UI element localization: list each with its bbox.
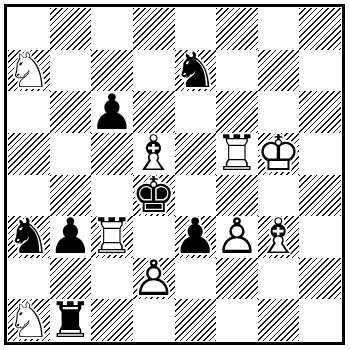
black-king-glyph: ♚ <box>133 175 175 217</box>
square-g1[interactable] <box>258 299 300 341</box>
white-rook[interactable]: ♜♖ <box>216 133 258 175</box>
piece-halo: ♚ <box>258 133 300 175</box>
piece-halo: ♜ <box>216 133 258 175</box>
black-pawn[interactable]: ♟♟ <box>50 216 92 258</box>
piece-halo: ♝ <box>133 133 175 175</box>
white-knight[interactable]: ♞♘ <box>8 50 50 92</box>
white-bishop-glyph: ♗ <box>258 216 300 258</box>
piece-halo: ♜ <box>50 299 92 341</box>
square-g2[interactable] <box>258 258 300 300</box>
square-g4[interactable] <box>258 175 300 217</box>
square-g3[interactable]: ♝♗ <box>258 216 300 258</box>
square-a1[interactable]: ♞♘ <box>8 299 50 341</box>
square-b4[interactable] <box>50 175 92 217</box>
square-g6[interactable] <box>258 91 300 133</box>
square-f4[interactable] <box>216 175 258 217</box>
square-c3[interactable]: ♜♖ <box>91 216 133 258</box>
square-a4[interactable] <box>8 175 50 217</box>
white-pawn-glyph: ♙ <box>133 258 175 300</box>
white-bishop[interactable]: ♝♗ <box>258 216 300 258</box>
square-h5[interactable] <box>299 133 341 175</box>
white-knight-glyph: ♘ <box>8 299 50 341</box>
black-pawn-glyph: ♟ <box>175 216 217 258</box>
white-king[interactable]: ♚♔ <box>258 133 300 175</box>
square-e5[interactable] <box>175 133 217 175</box>
square-h7[interactable] <box>299 50 341 92</box>
white-bishop-glyph: ♗ <box>133 133 175 175</box>
square-d2[interactable]: ♟♙ <box>133 258 175 300</box>
piece-halo: ♞ <box>8 299 50 341</box>
black-pawn[interactable]: ♟♟ <box>175 216 217 258</box>
square-f1[interactable] <box>216 299 258 341</box>
square-f7[interactable] <box>216 50 258 92</box>
square-f6[interactable] <box>216 91 258 133</box>
square-a5[interactable] <box>8 133 50 175</box>
piece-halo: ♝ <box>258 216 300 258</box>
black-knight-glyph: ♞ <box>175 50 217 92</box>
black-rook-glyph: ♜ <box>50 299 92 341</box>
white-pawn-glyph: ♙ <box>216 216 258 258</box>
square-d3[interactable] <box>133 216 175 258</box>
square-h2[interactable] <box>299 258 341 300</box>
piece-halo: ♟ <box>175 216 217 258</box>
square-c6[interactable]: ♟♟ <box>91 91 133 133</box>
square-e4[interactable] <box>175 175 217 217</box>
black-pawn-glyph: ♟ <box>91 91 133 133</box>
piece-halo: ♚ <box>133 175 175 217</box>
square-b1[interactable]: ♜♜ <box>50 299 92 341</box>
square-d5[interactable]: ♝♗ <box>133 133 175 175</box>
white-rook-glyph: ♖ <box>216 133 258 175</box>
square-a7[interactable]: ♞♘ <box>8 50 50 92</box>
piece-halo: ♟ <box>50 216 92 258</box>
square-a3[interactable]: ♞♞ <box>8 216 50 258</box>
square-g5[interactable]: ♚♔ <box>258 133 300 175</box>
chess-board: ♞♘♞♞♟♟♝♗♜♖♚♔♚♚♞♞♟♟♜♖♟♟♟♙♝♗♟♙♞♘♜♜ <box>8 8 341 341</box>
square-c8[interactable] <box>91 8 133 50</box>
piece-halo: ♜ <box>91 216 133 258</box>
square-h1[interactable] <box>299 299 341 341</box>
white-bishop[interactable]: ♝♗ <box>133 133 175 175</box>
square-b8[interactable] <box>50 8 92 50</box>
square-e8[interactable] <box>175 8 217 50</box>
piece-halo: ♟ <box>91 91 133 133</box>
square-g7[interactable] <box>258 50 300 92</box>
square-h3[interactable] <box>299 216 341 258</box>
square-f5[interactable]: ♜♖ <box>216 133 258 175</box>
black-knight[interactable]: ♞♞ <box>8 216 50 258</box>
black-knight-glyph: ♞ <box>8 216 50 258</box>
square-a6[interactable] <box>8 91 50 133</box>
white-pawn[interactable]: ♟♙ <box>133 258 175 300</box>
square-e6[interactable] <box>175 91 217 133</box>
square-d6[interactable] <box>133 91 175 133</box>
square-b6[interactable] <box>50 91 92 133</box>
square-h8[interactable] <box>299 8 341 50</box>
square-b7[interactable] <box>50 50 92 92</box>
square-c5[interactable] <box>91 133 133 175</box>
square-c4[interactable] <box>91 175 133 217</box>
square-b2[interactable] <box>50 258 92 300</box>
white-rook[interactable]: ♜♖ <box>91 216 133 258</box>
square-h6[interactable] <box>299 91 341 133</box>
piece-halo: ♞ <box>8 50 50 92</box>
piece-halo: ♞ <box>175 50 217 92</box>
piece-halo: ♟ <box>216 216 258 258</box>
piece-halo: ♟ <box>133 258 175 300</box>
black-pawn[interactable]: ♟♟ <box>91 91 133 133</box>
square-b5[interactable] <box>50 133 92 175</box>
square-c2[interactable] <box>91 258 133 300</box>
white-knight[interactable]: ♞♘ <box>8 299 50 341</box>
white-knight-glyph: ♘ <box>8 50 50 92</box>
black-knight[interactable]: ♞♞ <box>175 50 217 92</box>
square-b3[interactable]: ♟♟ <box>50 216 92 258</box>
square-f8[interactable] <box>216 8 258 50</box>
square-a2[interactable] <box>8 258 50 300</box>
square-d7[interactable] <box>133 50 175 92</box>
square-c1[interactable] <box>91 299 133 341</box>
square-g8[interactable] <box>258 8 300 50</box>
square-e1[interactable] <box>175 299 217 341</box>
square-f2[interactable] <box>216 258 258 300</box>
square-e7[interactable]: ♞♞ <box>175 50 217 92</box>
white-rook-glyph: ♖ <box>91 216 133 258</box>
square-d8[interactable] <box>133 8 175 50</box>
black-rook[interactable]: ♜♜ <box>50 299 92 341</box>
square-h4[interactable] <box>299 175 341 217</box>
square-c7[interactable] <box>91 50 133 92</box>
black-pawn-glyph: ♟ <box>50 216 92 258</box>
white-pawn[interactable]: ♟♙ <box>216 216 258 258</box>
square-a8[interactable] <box>8 8 50 50</box>
square-d4[interactable]: ♚♚ <box>133 175 175 217</box>
square-e3[interactable]: ♟♟ <box>175 216 217 258</box>
black-king[interactable]: ♚♚ <box>133 175 175 217</box>
piece-halo: ♞ <box>8 216 50 258</box>
white-king-glyph: ♔ <box>258 133 300 175</box>
square-f3[interactable]: ♟♙ <box>216 216 258 258</box>
square-e2[interactable] <box>175 258 217 300</box>
square-d1[interactable] <box>133 299 175 341</box>
